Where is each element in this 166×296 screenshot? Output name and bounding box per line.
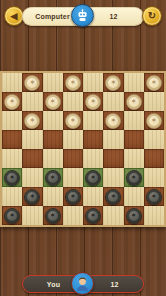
checker-dark[interactable]: ✶ bbox=[24, 189, 40, 205]
square-b2[interactable]: ✶ bbox=[22, 187, 42, 206]
back-arrow-icon: ◀ bbox=[11, 12, 18, 21]
checker-white[interactable]: ✶ bbox=[24, 113, 40, 129]
app-screen: ◀ Computer 12 ↻ ✶✶✶✶✶✶✶✶✶✶✶✶✶✶✶✶✶✶✶✶✶✶✶✶… bbox=[0, 0, 166, 296]
checker-dark[interactable]: ✶ bbox=[85, 170, 101, 186]
restart-icon: ↻ bbox=[148, 11, 156, 21]
checker-dark[interactable]: ✶ bbox=[126, 170, 142, 186]
square-e3[interactable]: ✶ bbox=[83, 168, 103, 187]
square-f5 bbox=[103, 130, 123, 149]
board: ✶✶✶✶✶✶✶✶✶✶✶✶✶✶✶✶✶✶✶✶✶✶✶✶ bbox=[0, 71, 166, 227]
checker-white[interactable]: ✶ bbox=[105, 75, 121, 91]
square-h4[interactable] bbox=[144, 149, 164, 168]
checker-white[interactable]: ✶ bbox=[85, 94, 101, 110]
checker-dark[interactable]: ✶ bbox=[45, 208, 61, 224]
square-h7 bbox=[144, 92, 164, 111]
square-a1[interactable]: ✶ bbox=[2, 206, 22, 225]
square-h8[interactable]: ✶ bbox=[144, 73, 164, 92]
restart-button[interactable]: ↻ bbox=[142, 6, 162, 26]
square-c7[interactable]: ✶ bbox=[43, 92, 63, 111]
square-h1 bbox=[144, 206, 164, 225]
square-b1 bbox=[22, 206, 42, 225]
square-f7 bbox=[103, 92, 123, 111]
square-b3 bbox=[22, 168, 42, 187]
checker-dark[interactable]: ✶ bbox=[4, 170, 20, 186]
checker-dark[interactable]: ✶ bbox=[126, 208, 142, 224]
square-e2 bbox=[83, 187, 103, 206]
square-f8[interactable]: ✶ bbox=[103, 73, 123, 92]
square-g4 bbox=[124, 149, 144, 168]
square-f2[interactable]: ✶ bbox=[103, 187, 123, 206]
square-f6[interactable]: ✶ bbox=[103, 111, 123, 130]
checker-white[interactable]: ✶ bbox=[146, 75, 162, 91]
square-c6 bbox=[43, 111, 63, 130]
square-g8 bbox=[124, 73, 144, 92]
you-avatar bbox=[71, 272, 94, 295]
square-e8 bbox=[83, 73, 103, 92]
square-d7 bbox=[63, 92, 83, 111]
square-h5 bbox=[144, 130, 164, 149]
computer-avatar bbox=[71, 4, 94, 27]
square-b8[interactable]: ✶ bbox=[22, 73, 42, 92]
square-e6 bbox=[83, 111, 103, 130]
square-a8 bbox=[2, 73, 22, 92]
square-d5 bbox=[63, 130, 83, 149]
square-e7[interactable]: ✶ bbox=[83, 92, 103, 111]
checker-white[interactable]: ✶ bbox=[4, 94, 20, 110]
square-c1[interactable]: ✶ bbox=[43, 206, 63, 225]
square-c5[interactable] bbox=[43, 130, 63, 149]
square-h2[interactable]: ✶ bbox=[144, 187, 164, 206]
checker-dark[interactable]: ✶ bbox=[45, 170, 61, 186]
person-icon bbox=[75, 276, 90, 291]
square-e4 bbox=[83, 149, 103, 168]
square-c3[interactable]: ✶ bbox=[43, 168, 63, 187]
square-b7 bbox=[22, 92, 42, 111]
square-f1 bbox=[103, 206, 123, 225]
back-button[interactable]: ◀ bbox=[4, 6, 24, 26]
checker-white[interactable]: ✶ bbox=[126, 94, 142, 110]
square-d6[interactable]: ✶ bbox=[63, 111, 83, 130]
checker-dark[interactable]: ✶ bbox=[4, 208, 20, 224]
checker-white[interactable]: ✶ bbox=[45, 94, 61, 110]
checker-dark[interactable]: ✶ bbox=[105, 189, 121, 205]
square-e1[interactable]: ✶ bbox=[83, 206, 103, 225]
square-e5[interactable] bbox=[83, 130, 103, 149]
square-c2 bbox=[43, 187, 63, 206]
square-a3[interactable]: ✶ bbox=[2, 168, 22, 187]
square-d1 bbox=[63, 206, 83, 225]
square-f4[interactable] bbox=[103, 149, 123, 168]
square-h6[interactable]: ✶ bbox=[144, 111, 164, 130]
square-g5[interactable] bbox=[124, 130, 144, 149]
square-a2 bbox=[2, 187, 22, 206]
square-b4[interactable] bbox=[22, 149, 42, 168]
square-d4[interactable] bbox=[63, 149, 83, 168]
square-a6 bbox=[2, 111, 22, 130]
square-g6 bbox=[124, 111, 144, 130]
square-a4 bbox=[2, 149, 22, 168]
square-c4 bbox=[43, 149, 63, 168]
square-d2[interactable]: ✶ bbox=[63, 187, 83, 206]
checker-dark[interactable]: ✶ bbox=[85, 208, 101, 224]
square-g2 bbox=[124, 187, 144, 206]
square-g1[interactable]: ✶ bbox=[124, 206, 144, 225]
square-g7[interactable]: ✶ bbox=[124, 92, 144, 111]
square-d8[interactable]: ✶ bbox=[63, 73, 83, 92]
square-g3[interactable]: ✶ bbox=[124, 168, 144, 187]
square-d3 bbox=[63, 168, 83, 187]
square-a5[interactable] bbox=[2, 130, 22, 149]
checker-white[interactable]: ✶ bbox=[146, 113, 162, 129]
square-f3 bbox=[103, 168, 123, 187]
checker-dark[interactable]: ✶ bbox=[65, 189, 81, 205]
square-b6[interactable]: ✶ bbox=[22, 111, 42, 130]
checker-dark[interactable]: ✶ bbox=[146, 189, 162, 205]
robot-icon bbox=[76, 9, 89, 22]
square-h3 bbox=[144, 168, 164, 187]
checker-white[interactable]: ✶ bbox=[105, 113, 121, 129]
square-b5 bbox=[22, 130, 42, 149]
checker-white[interactable]: ✶ bbox=[65, 113, 81, 129]
checker-white[interactable]: ✶ bbox=[65, 75, 81, 91]
square-c8 bbox=[43, 73, 63, 92]
checker-white[interactable]: ✶ bbox=[24, 75, 40, 91]
square-a7[interactable]: ✶ bbox=[2, 92, 22, 111]
